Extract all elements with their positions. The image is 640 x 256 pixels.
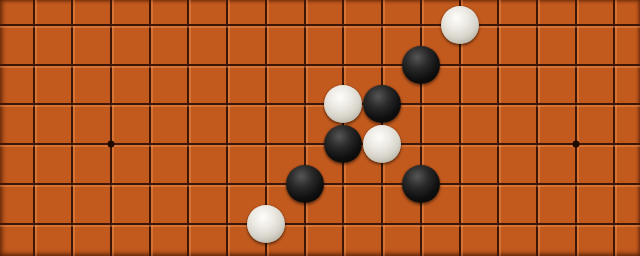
grid-vertical-line [304, 0, 306, 256]
grid-vertical-line [110, 0, 112, 256]
white-stone [247, 205, 285, 243]
grid-vertical-line [536, 0, 538, 256]
grid-vertical-line [420, 0, 422, 256]
grid-vertical-line [226, 0, 228, 256]
grid-vertical-line [497, 0, 499, 256]
black-stone [402, 165, 440, 203]
star-point [572, 141, 579, 148]
black-stone [402, 46, 440, 84]
black-stone [324, 125, 362, 163]
grid-vertical-line [71, 0, 73, 256]
black-stone [286, 165, 324, 203]
grid-horizontal-line [0, 103, 640, 105]
gomoku-board[interactable] [0, 0, 640, 256]
grid-horizontal-line [0, 24, 640, 26]
grid-vertical-line [33, 0, 35, 256]
grid-horizontal-line [0, 64, 640, 66]
grid-vertical-line [187, 0, 189, 256]
star-point [107, 141, 114, 148]
grid-vertical-line [613, 0, 615, 256]
grid-vertical-line [149, 0, 151, 256]
black-stone [363, 85, 401, 123]
grid-horizontal-line [0, 223, 640, 225]
white-stone [324, 85, 362, 123]
white-stone [441, 6, 479, 44]
game-screenshot [0, 0, 640, 256]
grid-vertical-line [575, 0, 577, 256]
grid-horizontal-line [0, 143, 640, 145]
white-stone [363, 125, 401, 163]
